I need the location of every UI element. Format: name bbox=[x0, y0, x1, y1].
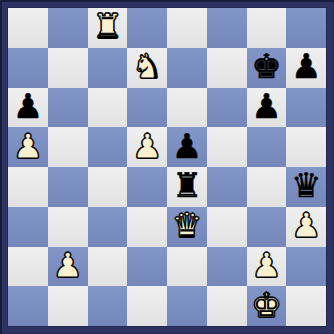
white-king-icon[interactable]: ♚ bbox=[251, 286, 281, 324]
black-pawn-icon[interactable]: ♟ bbox=[291, 48, 321, 86]
square-d5[interactable]: ♟ bbox=[127, 127, 167, 167]
square-e2[interactable] bbox=[167, 247, 207, 287]
black-pawn-icon[interactable]: ♟ bbox=[172, 127, 202, 165]
square-e1[interactable] bbox=[167, 286, 207, 326]
square-b4[interactable] bbox=[48, 167, 88, 207]
square-b3[interactable] bbox=[48, 207, 88, 247]
square-b7[interactable] bbox=[48, 48, 88, 88]
square-d7[interactable]: ♞ bbox=[127, 48, 167, 88]
white-queen-icon[interactable]: ♛ bbox=[172, 207, 202, 245]
square-e3[interactable]: ♛ bbox=[167, 207, 207, 247]
square-b5[interactable] bbox=[48, 127, 88, 167]
square-g3[interactable] bbox=[247, 207, 287, 247]
square-d8[interactable] bbox=[127, 8, 167, 48]
square-e7[interactable] bbox=[167, 48, 207, 88]
square-c8[interactable]: ♜ bbox=[88, 8, 128, 48]
square-f8[interactable] bbox=[207, 8, 247, 48]
square-a6[interactable]: ♟ bbox=[8, 88, 48, 128]
square-c4[interactable] bbox=[88, 167, 128, 207]
square-b8[interactable] bbox=[48, 8, 88, 48]
white-rook-icon[interactable]: ♜ bbox=[92, 8, 122, 46]
square-h1[interactable] bbox=[286, 286, 326, 326]
square-c7[interactable] bbox=[88, 48, 128, 88]
square-g6[interactable]: ♟ bbox=[247, 88, 287, 128]
square-h3[interactable]: ♟ bbox=[286, 207, 326, 247]
black-rook-icon[interactable]: ♜ bbox=[172, 167, 202, 205]
square-d1[interactable] bbox=[127, 286, 167, 326]
square-h5[interactable] bbox=[286, 127, 326, 167]
square-a4[interactable] bbox=[8, 167, 48, 207]
square-g1[interactable]: ♚ bbox=[247, 286, 287, 326]
square-f3[interactable] bbox=[207, 207, 247, 247]
square-g7[interactable]: ♚ bbox=[247, 48, 287, 88]
square-e6[interactable] bbox=[167, 88, 207, 128]
square-b1[interactable] bbox=[48, 286, 88, 326]
square-e8[interactable] bbox=[167, 8, 207, 48]
square-b2[interactable]: ♟ bbox=[48, 247, 88, 287]
square-b6[interactable] bbox=[48, 88, 88, 128]
white-pawn-icon[interactable]: ♟ bbox=[251, 247, 281, 285]
square-a5[interactable]: ♟ bbox=[8, 127, 48, 167]
chess-board: ♜♞♚♟♟♟♟♟♟♜♛♛♟♟♟♚ bbox=[8, 8, 326, 326]
black-pawn-icon[interactable]: ♟ bbox=[13, 88, 43, 126]
white-pawn-icon[interactable]: ♟ bbox=[132, 127, 162, 165]
square-c1[interactable] bbox=[88, 286, 128, 326]
square-d4[interactable] bbox=[127, 167, 167, 207]
square-e4[interactable]: ♜ bbox=[167, 167, 207, 207]
square-c6[interactable] bbox=[88, 88, 128, 128]
square-d2[interactable] bbox=[127, 247, 167, 287]
square-h2[interactable] bbox=[286, 247, 326, 287]
white-knight-icon[interactable]: ♞ bbox=[132, 48, 162, 86]
black-king-icon[interactable]: ♚ bbox=[251, 48, 281, 86]
square-a1[interactable] bbox=[8, 286, 48, 326]
white-pawn-icon[interactable]: ♟ bbox=[291, 207, 321, 245]
square-f5[interactable] bbox=[207, 127, 247, 167]
square-c2[interactable] bbox=[88, 247, 128, 287]
square-a8[interactable] bbox=[8, 8, 48, 48]
square-f4[interactable] bbox=[207, 167, 247, 207]
white-pawn-icon[interactable]: ♟ bbox=[52, 247, 82, 285]
square-a2[interactable] bbox=[8, 247, 48, 287]
black-queen-icon[interactable]: ♛ bbox=[291, 167, 321, 205]
square-a7[interactable] bbox=[8, 48, 48, 88]
square-c3[interactable] bbox=[88, 207, 128, 247]
square-g2[interactable]: ♟ bbox=[247, 247, 287, 287]
square-f1[interactable] bbox=[207, 286, 247, 326]
square-e5[interactable]: ♟ bbox=[167, 127, 207, 167]
square-c5[interactable] bbox=[88, 127, 128, 167]
square-f6[interactable] bbox=[207, 88, 247, 128]
square-h7[interactable]: ♟ bbox=[286, 48, 326, 88]
square-h6[interactable] bbox=[286, 88, 326, 128]
square-g8[interactable] bbox=[247, 8, 287, 48]
square-f2[interactable] bbox=[207, 247, 247, 287]
square-g4[interactable] bbox=[247, 167, 287, 207]
white-pawn-icon[interactable]: ♟ bbox=[13, 127, 43, 165]
square-d6[interactable] bbox=[127, 88, 167, 128]
square-h8[interactable] bbox=[286, 8, 326, 48]
square-g5[interactable] bbox=[247, 127, 287, 167]
chess-board-frame: ♜♞♚♟♟♟♟♟♟♜♛♛♟♟♟♚ bbox=[0, 0, 334, 334]
square-a3[interactable] bbox=[8, 207, 48, 247]
square-d3[interactable] bbox=[127, 207, 167, 247]
square-f7[interactable] bbox=[207, 48, 247, 88]
square-h4[interactable]: ♛ bbox=[286, 167, 326, 207]
black-pawn-icon[interactable]: ♟ bbox=[251, 88, 281, 126]
